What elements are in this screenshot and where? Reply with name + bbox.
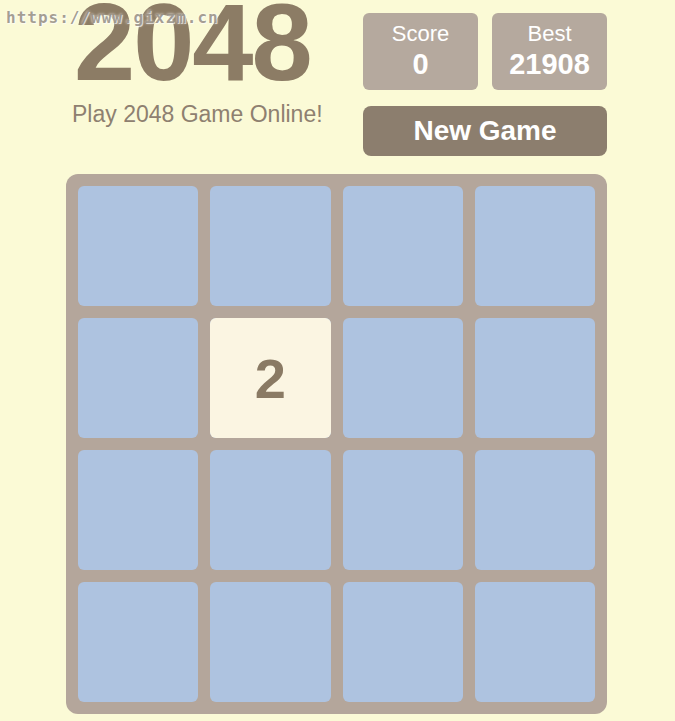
cell-r1c3 — [343, 186, 463, 306]
cell-r4c1 — [78, 582, 198, 702]
cell-r3c2 — [210, 450, 330, 570]
tile-2: 2 — [210, 318, 330, 438]
cell-r3c3 — [343, 450, 463, 570]
best-label: Best — [527, 22, 571, 46]
cell-r2c2: 2 — [210, 318, 330, 438]
page-subtitle: Play 2048 Game Online! — [72, 101, 323, 128]
cell-r1c2 — [210, 186, 330, 306]
best-box: Best 21908 — [492, 13, 607, 90]
new-game-button[interactable]: New Game — [363, 106, 607, 156]
game-board[interactable]: 2 — [66, 174, 607, 714]
cell-r2c1 — [78, 318, 198, 438]
score-label: Score — [392, 22, 449, 46]
cell-r1c4 — [475, 186, 595, 306]
cell-r3c4 — [475, 450, 595, 570]
cell-r3c1 — [78, 450, 198, 570]
cell-r4c4 — [475, 582, 595, 702]
score-box: Score 0 — [363, 13, 478, 90]
watermark-url: https://www.gixzm.cn — [6, 8, 219, 27]
best-value: 21908 — [509, 49, 590, 81]
page: https://www.gixzm.cn 2048 Play 2048 Game… — [0, 0, 675, 721]
cell-r2c3 — [343, 318, 463, 438]
cell-r2c4 — [475, 318, 595, 438]
cell-r1c1 — [78, 186, 198, 306]
cell-r4c2 — [210, 582, 330, 702]
score-value: 0 — [412, 49, 428, 81]
cell-r4c3 — [343, 582, 463, 702]
